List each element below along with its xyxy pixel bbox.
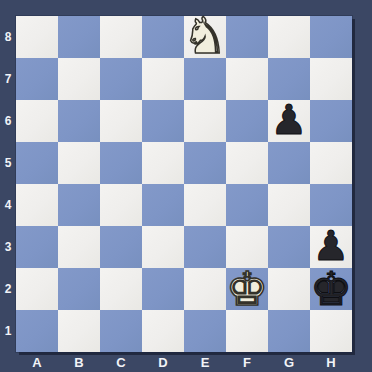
rank-label-6: 6 <box>0 100 16 142</box>
square-f8[interactable] <box>226 16 268 58</box>
square-b7[interactable] <box>58 58 100 100</box>
square-h5[interactable] <box>310 142 352 184</box>
square-c4[interactable] <box>100 184 142 226</box>
chess-board: ♞♟♟♚♚ <box>16 16 352 352</box>
file-label-e: E <box>184 352 226 372</box>
square-d2[interactable] <box>142 268 184 310</box>
square-a4[interactable] <box>16 184 58 226</box>
square-c5[interactable] <box>100 142 142 184</box>
square-a2[interactable] <box>16 268 58 310</box>
file-label-a: A <box>16 352 58 372</box>
square-e5[interactable] <box>184 142 226 184</box>
white-king-f2[interactable]: ♚ <box>226 265 268 312</box>
square-a6[interactable] <box>16 100 58 142</box>
square-d8[interactable] <box>142 16 184 58</box>
square-d4[interactable] <box>142 184 184 226</box>
square-d6[interactable] <box>142 100 184 142</box>
square-a8[interactable] <box>16 16 58 58</box>
square-e6[interactable] <box>184 100 226 142</box>
file-label-f: F <box>226 352 268 372</box>
file-label-d: D <box>142 352 184 372</box>
rank-label-1: 1 <box>0 310 16 352</box>
rank-labels: 87654321 <box>0 16 16 352</box>
file-label-g: G <box>268 352 310 372</box>
square-c7[interactable] <box>100 58 142 100</box>
square-c8[interactable] <box>100 16 142 58</box>
square-d7[interactable] <box>142 58 184 100</box>
square-g5[interactable] <box>268 142 310 184</box>
square-h7[interactable] <box>310 58 352 100</box>
square-e3[interactable] <box>184 226 226 268</box>
square-c1[interactable] <box>100 310 142 352</box>
square-b1[interactable] <box>58 310 100 352</box>
square-d5[interactable] <box>142 142 184 184</box>
square-b8[interactable] <box>58 16 100 58</box>
square-g2[interactable] <box>268 268 310 310</box>
square-b3[interactable] <box>58 226 100 268</box>
board-frame: 87654321 ♞♟♟♚♚ ABCDEFGH <box>0 0 372 372</box>
square-f5[interactable] <box>226 142 268 184</box>
rank-label-5: 5 <box>0 142 16 184</box>
white-knight-e8[interactable]: ♞ <box>183 11 228 61</box>
square-a5[interactable] <box>16 142 58 184</box>
square-f1[interactable] <box>226 310 268 352</box>
square-c6[interactable] <box>100 100 142 142</box>
square-f4[interactable] <box>226 184 268 226</box>
square-g4[interactable] <box>268 184 310 226</box>
square-g3[interactable] <box>268 226 310 268</box>
square-c3[interactable] <box>100 226 142 268</box>
file-labels: ABCDEFGH <box>16 352 352 372</box>
square-h1[interactable] <box>310 310 352 352</box>
square-g1[interactable] <box>268 310 310 352</box>
black-king-h2[interactable]: ♚ <box>310 265 352 312</box>
rank-label-7: 7 <box>0 58 16 100</box>
square-b6[interactable] <box>58 100 100 142</box>
square-f2[interactable]: ♚ <box>226 268 268 310</box>
square-b5[interactable] <box>58 142 100 184</box>
square-b2[interactable] <box>58 268 100 310</box>
square-g7[interactable] <box>268 58 310 100</box>
square-h6[interactable] <box>310 100 352 142</box>
square-e1[interactable] <box>184 310 226 352</box>
square-a7[interactable] <box>16 58 58 100</box>
square-a1[interactable] <box>16 310 58 352</box>
rank-label-3: 3 <box>0 226 16 268</box>
square-a3[interactable] <box>16 226 58 268</box>
rank-label-4: 4 <box>0 184 16 226</box>
file-label-b: B <box>58 352 100 372</box>
file-label-h: H <box>310 352 352 372</box>
square-g6[interactable]: ♟ <box>268 100 310 142</box>
rank-label-2: 2 <box>0 268 16 310</box>
square-h8[interactable] <box>310 16 352 58</box>
square-g8[interactable] <box>268 16 310 58</box>
square-e4[interactable] <box>184 184 226 226</box>
square-b4[interactable] <box>58 184 100 226</box>
square-e2[interactable] <box>184 268 226 310</box>
square-h4[interactable] <box>310 184 352 226</box>
square-f7[interactable] <box>226 58 268 100</box>
file-label-c: C <box>100 352 142 372</box>
square-d3[interactable] <box>142 226 184 268</box>
square-c2[interactable] <box>100 268 142 310</box>
rank-label-8: 8 <box>0 16 16 58</box>
square-h2[interactable]: ♚ <box>310 268 352 310</box>
square-d1[interactable] <box>142 310 184 352</box>
black-pawn-g6[interactable]: ♟ <box>271 100 308 141</box>
square-f6[interactable] <box>226 100 268 142</box>
square-e8[interactable]: ♞ <box>184 16 226 58</box>
